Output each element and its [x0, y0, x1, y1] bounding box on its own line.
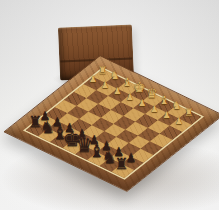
white-pawn[interactable]: ♟ [126, 93, 134, 102]
white-pawn[interactable]: ♟ [114, 87, 122, 96]
white-pawn[interactable]: ♟ [175, 116, 183, 125]
white-pawn[interactable]: ♟ [89, 75, 97, 84]
white-queen[interactable]: ♛ [146, 88, 158, 101]
black-rook[interactable]: ♜ [114, 157, 128, 173]
white-pawn[interactable]: ♟ [101, 81, 109, 90]
white-rook[interactable]: ♜ [184, 108, 193, 118]
white-pawn[interactable]: ♟ [151, 105, 159, 114]
white-bishop[interactable]: ♝ [159, 95, 169, 107]
photo-scene: ♜♞♝♚♛♝♞♜♟♟♟♟♟♟♟♟♟♟♟♟♟♟♟♟♜♞♝♚♛♝♞♜ [0, 0, 219, 210]
white-pawn[interactable]: ♟ [138, 99, 146, 108]
white-rook[interactable]: ♜ [98, 66, 107, 76]
white-knight[interactable]: ♞ [110, 72, 120, 83]
white-knight[interactable]: ♞ [172, 101, 182, 112]
white-king[interactable]: ♚ [133, 81, 145, 95]
white-bishop[interactable]: ♝ [122, 77, 132, 89]
pieces-layer: ♜♞♝♚♛♝♞♜♟♟♟♟♟♟♟♟♟♟♟♟♟♟♟♟♜♞♝♚♛♝♞♜ [0, 0, 219, 210]
white-pawn[interactable]: ♟ [163, 110, 171, 119]
